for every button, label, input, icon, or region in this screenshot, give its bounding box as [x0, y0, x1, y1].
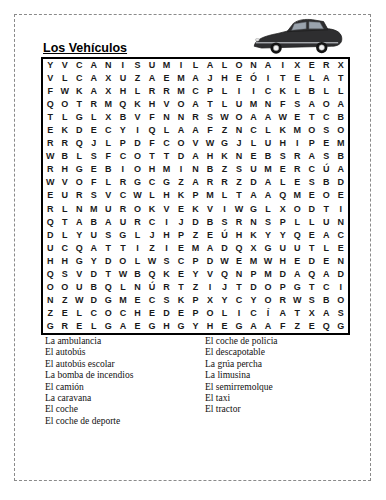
grid-cell[interactable]: Q [43, 98, 58, 111]
grid-cell[interactable]: T [72, 98, 87, 111]
grid-cell[interactable]: E [275, 163, 290, 176]
grid-cell[interactable]: Q [72, 137, 87, 150]
grid-cell[interactable]: R [159, 281, 174, 294]
grid-cell[interactable]: L [72, 307, 87, 320]
grid-cell[interactable]: M [101, 98, 116, 111]
grid-cell[interactable]: L [319, 242, 334, 255]
grid-cell[interactable]: Y [275, 229, 290, 242]
grid-cell[interactable]: B [304, 85, 319, 98]
grid-cell[interactable]: V [101, 189, 116, 202]
grid-cell[interactable]: O [58, 281, 73, 294]
grid-cell[interactable]: A [275, 307, 290, 320]
grid-cell[interactable]: O [130, 150, 145, 163]
grid-cell[interactable]: L [319, 85, 334, 98]
grid-cell[interactable]: D [246, 281, 261, 294]
grid-cell[interactable]: A [72, 216, 87, 229]
grid-cell[interactable]: S [159, 294, 174, 307]
grid-cell[interactable]: B [319, 176, 334, 189]
grid-cell[interactable]: S [130, 59, 145, 72]
grid-cell[interactable]: A [261, 176, 276, 189]
grid-cell[interactable]: L [145, 189, 160, 202]
grid-cell[interactable]: Z [43, 307, 58, 320]
grid-cell[interactable]: I [159, 216, 174, 229]
grid-cell[interactable]: R [72, 189, 87, 202]
grid-cell[interactable]: U [101, 203, 116, 216]
grid-cell[interactable]: B [130, 268, 145, 281]
grid-cell[interactable]: G [261, 242, 276, 255]
grid-cell[interactable]: G [217, 137, 232, 150]
grid-cell[interactable]: O [130, 203, 145, 216]
grid-cell[interactable]: E [145, 307, 160, 320]
grid-cell[interactable]: I [290, 137, 305, 150]
grid-cell[interactable]: P [275, 281, 290, 294]
grid-cell[interactable]: Q [116, 98, 131, 111]
grid-cell[interactable]: A [203, 242, 218, 255]
grid-cell[interactable]: L [58, 111, 73, 124]
grid-cell[interactable]: R [58, 320, 73, 333]
grid-cell[interactable]: N [174, 111, 189, 124]
grid-cell[interactable]: A [261, 189, 276, 202]
grid-cell[interactable]: T [304, 242, 319, 255]
grid-cell[interactable]: T [159, 150, 174, 163]
grid-cell[interactable]: I [159, 242, 174, 255]
grid-cell[interactable]: H [43, 255, 58, 268]
grid-cell[interactable]: L [159, 124, 174, 137]
grid-cell[interactable]: U [72, 281, 87, 294]
grid-cell[interactable]: G [290, 281, 305, 294]
grid-cell[interactable]: L [130, 229, 145, 242]
grid-cell[interactable]: D [43, 229, 58, 242]
grid-cell[interactable]: H [203, 150, 218, 163]
grid-cell[interactable]: K [275, 85, 290, 98]
grid-cell[interactable]: W [130, 189, 145, 202]
grid-cell[interactable]: K [246, 229, 261, 242]
grid-cell[interactable]: C [246, 307, 261, 320]
grid-cell[interactable]: V [203, 203, 218, 216]
grid-cell[interactable]: B [333, 111, 348, 124]
grid-cell[interactable]: H [159, 189, 174, 202]
grid-cell[interactable]: G [72, 163, 87, 176]
grid-cell[interactable]: U [275, 242, 290, 255]
grid-cell[interactable]: T [145, 150, 160, 163]
grid-cell[interactable]: L [290, 216, 305, 229]
grid-cell[interactable]: P [188, 307, 203, 320]
grid-cell[interactable]: L [261, 124, 276, 137]
grid-cell[interactable]: B [203, 216, 218, 229]
grid-cell[interactable]: C [72, 59, 87, 72]
grid-cell[interactable]: O [261, 294, 276, 307]
grid-cell[interactable]: Z [174, 176, 189, 189]
grid-cell[interactable]: R [275, 294, 290, 307]
grid-cell[interactable]: J [232, 137, 247, 150]
grid-cell[interactable]: I [116, 163, 131, 176]
grid-cell[interactable]: G [174, 320, 189, 333]
grid-cell[interactable]: V [188, 137, 203, 150]
grid-cell[interactable]: B [333, 150, 348, 163]
grid-cell[interactable]: E [304, 189, 319, 202]
grid-cell[interactable]: X [304, 307, 319, 320]
grid-cell[interactable]: T [101, 268, 116, 281]
grid-cell[interactable]: P [246, 268, 261, 281]
grid-cell[interactable]: E [290, 72, 305, 85]
grid-cell[interactable]: W [43, 150, 58, 163]
grid-cell[interactable]: Y [116, 124, 131, 137]
grid-cell[interactable]: Z [130, 72, 145, 85]
grid-cell[interactable]: G [72, 111, 87, 124]
grid-cell[interactable]: S [319, 150, 334, 163]
grid-cell[interactable]: L [116, 281, 131, 294]
grid-cell[interactable]: K [174, 189, 189, 202]
grid-cell[interactable]: Q [145, 268, 160, 281]
grid-cell[interactable]: B [87, 216, 102, 229]
grid-cell[interactable]: W [72, 294, 87, 307]
grid-cell[interactable]: C [232, 294, 247, 307]
grid-cell[interactable]: D [203, 255, 218, 268]
grid-cell[interactable]: E [174, 307, 189, 320]
grid-cell[interactable]: W [145, 255, 160, 268]
grid-cell[interactable]: S [217, 216, 232, 229]
grid-cell[interactable]: G [130, 176, 145, 189]
grid-cell[interactable]: I [232, 85, 247, 98]
grid-cell[interactable]: W [217, 111, 232, 124]
grid-cell[interactable]: L [72, 150, 87, 163]
grid-cell[interactable]: G [101, 294, 116, 307]
grid-cell[interactable]: R [145, 85, 160, 98]
grid-cell[interactable]: H [232, 229, 247, 242]
grid-cell[interactable]: K [174, 294, 189, 307]
grid-cell[interactable]: B [319, 294, 334, 307]
grid-cell[interactable]: Z [217, 124, 232, 137]
grid-cell[interactable]: T [304, 281, 319, 294]
grid-cell[interactable]: X [101, 111, 116, 124]
grid-cell[interactable]: H [58, 255, 73, 268]
grid-cell[interactable]: T [232, 281, 247, 294]
grid-cell[interactable]: O [304, 124, 319, 137]
grid-cell[interactable]: L [217, 98, 232, 111]
grid-cell[interactable]: I [174, 59, 189, 72]
grid-cell[interactable]: T [290, 307, 305, 320]
grid-cell[interactable]: Z [232, 176, 247, 189]
grid-cell[interactable]: I [246, 85, 261, 98]
grid-cell[interactable]: Y [188, 268, 203, 281]
grid-cell[interactable]: C [116, 150, 131, 163]
grid-cell[interactable]: A [188, 72, 203, 85]
grid-cell[interactable]: E [174, 242, 189, 255]
grid-cell[interactable]: W [58, 85, 73, 98]
grid-cell[interactable]: F [203, 124, 218, 137]
grid-cell[interactable]: L [333, 85, 348, 98]
grid-cell[interactable]: O [203, 307, 218, 320]
grid-cell[interactable]: Ú [145, 281, 160, 294]
grid-cell[interactable]: R [116, 176, 131, 189]
grid-cell[interactable]: D [101, 255, 116, 268]
grid-cell[interactable]: J [203, 72, 218, 85]
grid-cell[interactable]: X [333, 59, 348, 72]
grid-cell[interactable]: S [101, 229, 116, 242]
grid-cell[interactable]: K [159, 268, 174, 281]
grid-cell[interactable]: M [290, 124, 305, 137]
grid-cell[interactable]: D [333, 176, 348, 189]
grid-cell[interactable]: L [217, 307, 232, 320]
grid-cell[interactable]: I [232, 307, 247, 320]
grid-cell[interactable]: B [261, 150, 276, 163]
grid-cell[interactable]: R [43, 137, 58, 150]
grid-cell[interactable]: K [217, 150, 232, 163]
grid-cell[interactable]: L [261, 203, 276, 216]
grid-cell[interactable]: V [58, 59, 73, 72]
grid-cell[interactable]: E [319, 255, 334, 268]
grid-cell[interactable]: N [101, 59, 116, 72]
grid-cell[interactable]: P [188, 255, 203, 268]
grid-cell[interactable]: R [217, 176, 232, 189]
grid-cell[interactable]: M [159, 59, 174, 72]
grid-cell[interactable]: P [275, 216, 290, 229]
grid-cell[interactable]: L [304, 72, 319, 85]
grid-cell[interactable]: C [101, 124, 116, 137]
grid-cell[interactable]: Ó [246, 72, 261, 85]
grid-cell[interactable]: Y [246, 294, 261, 307]
grid-cell[interactable]: L [246, 137, 261, 150]
grid-cell[interactable]: T [116, 242, 131, 255]
grid-cell[interactable]: F [87, 176, 102, 189]
grid-cell[interactable]: K [145, 203, 160, 216]
grid-cell[interactable]: J [217, 281, 232, 294]
grid-cell[interactable]: X [101, 72, 116, 85]
grid-cell[interactable]: U [145, 59, 160, 72]
grid-cell[interactable]: S [159, 255, 174, 268]
grid-cell[interactable]: R [159, 85, 174, 98]
grid-cell[interactable]: D [174, 150, 189, 163]
grid-cell[interactable]: W [232, 203, 247, 216]
grid-cell[interactable]: A [319, 268, 334, 281]
grid-cell[interactable]: Í [261, 307, 276, 320]
grid-cell[interactable]: R [203, 176, 218, 189]
grid-cell[interactable]: C [304, 163, 319, 176]
grid-cell[interactable]: R [43, 203, 58, 216]
grid-cell[interactable]: P [188, 294, 203, 307]
grid-cell[interactable]: Z [145, 242, 160, 255]
grid-cell[interactable]: R [87, 98, 102, 111]
grid-cell[interactable]: X [275, 203, 290, 216]
grid-cell[interactable]: C [319, 111, 334, 124]
grid-cell[interactable]: E [130, 320, 145, 333]
grid-cell[interactable]: D [304, 203, 319, 216]
grid-cell[interactable]: R [290, 163, 305, 176]
grid-cell[interactable]: T [275, 72, 290, 85]
grid-cell[interactable]: I [261, 72, 276, 85]
grid-cell[interactable]: N [232, 268, 247, 281]
grid-cell[interactable]: W [43, 176, 58, 189]
grid-cell[interactable]: G [145, 320, 160, 333]
grid-cell[interactable]: E [304, 320, 319, 333]
grid-cell[interactable]: X [290, 59, 305, 72]
grid-cell[interactable]: Q [43, 268, 58, 281]
grid-cell[interactable]: Q [72, 242, 87, 255]
grid-cell[interactable]: H [203, 320, 218, 333]
grid-cell[interactable]: N [333, 216, 348, 229]
grid-cell[interactable]: O [319, 189, 334, 202]
grid-cell[interactable]: L [58, 229, 73, 242]
grid-cell[interactable]: Q [304, 268, 319, 281]
grid-cell[interactable]: T [304, 111, 319, 124]
grid-cell[interactable]: L [101, 137, 116, 150]
grid-cell[interactable]: A [319, 229, 334, 242]
grid-cell[interactable]: A [261, 320, 276, 333]
grid-cell[interactable]: J [145, 229, 160, 242]
grid-cell[interactable]: Q [290, 229, 305, 242]
grid-cell[interactable]: N [333, 255, 348, 268]
grid-cell[interactable]: A [188, 124, 203, 137]
grid-cell[interactable]: H [130, 307, 145, 320]
grid-cell[interactable]: S [232, 163, 247, 176]
grid-cell[interactable]: H [275, 255, 290, 268]
grid-cell[interactable]: G [116, 229, 131, 242]
grid-cell[interactable]: A [87, 242, 102, 255]
grid-cell[interactable]: A [101, 216, 116, 229]
grid-cell[interactable]: C [58, 242, 73, 255]
grid-cell[interactable]: M [116, 294, 131, 307]
grid-cell[interactable]: E [203, 229, 218, 242]
grid-cell[interactable]: N [246, 59, 261, 72]
grid-cell[interactable]: E [72, 320, 87, 333]
grid-cell[interactable]: A [188, 98, 203, 111]
grid-cell[interactable]: N [43, 294, 58, 307]
grid-cell[interactable]: C [116, 307, 131, 320]
grid-cell[interactable]: L [290, 85, 305, 98]
grid-cell[interactable]: E [333, 189, 348, 202]
grid-cell[interactable]: U [246, 163, 261, 176]
grid-cell[interactable]: Ú [217, 229, 232, 242]
grid-cell[interactable]: I [333, 203, 348, 216]
grid-cell[interactable]: M [174, 72, 189, 85]
grid-cell[interactable]: U [87, 229, 102, 242]
grid-cell[interactable]: R [130, 216, 145, 229]
grid-cell[interactable]: P [304, 137, 319, 150]
grid-cell[interactable]: O [174, 137, 189, 150]
grid-cell[interactable]: A [87, 59, 102, 72]
grid-cell[interactable]: E [304, 229, 319, 242]
grid-cell[interactable]: G [333, 320, 348, 333]
grid-cell[interactable]: Z [188, 229, 203, 242]
grid-cell[interactable]: X [246, 242, 261, 255]
grid-cell[interactable]: N [130, 281, 145, 294]
grid-cell[interactable]: Q [319, 320, 334, 333]
grid-cell[interactable]: H [58, 163, 73, 176]
grid-cell[interactable]: Y [188, 320, 203, 333]
grid-cell[interactable]: O [290, 203, 305, 216]
grid-cell[interactable]: A [304, 150, 319, 163]
grid-cell[interactable]: V [203, 268, 218, 281]
grid-cell[interactable]: Z [188, 281, 203, 294]
grid-cell[interactable]: F [275, 320, 290, 333]
grid-cell[interactable]: D [159, 307, 174, 320]
grid-cell[interactable]: O [43, 281, 58, 294]
grid-cell[interactable]: Q [232, 242, 247, 255]
grid-cell[interactable]: S [261, 216, 276, 229]
grid-cell[interactable]: I [174, 163, 189, 176]
grid-cell[interactable]: S [203, 111, 218, 124]
grid-cell[interactable]: Q [101, 281, 116, 294]
grid-cell[interactable]: A [333, 163, 348, 176]
grid-cell[interactable]: L [87, 111, 102, 124]
grid-cell[interactable]: I [217, 203, 232, 216]
grid-cell[interactable]: Z [290, 320, 305, 333]
grid-cell[interactable]: Q [217, 268, 232, 281]
grid-cell[interactable]: U [261, 137, 276, 150]
grid-cell[interactable]: E [130, 294, 145, 307]
grid-cell[interactable]: C [333, 229, 348, 242]
grid-cell[interactable]: L [130, 85, 145, 98]
grid-cell[interactable]: A [319, 307, 334, 320]
grid-cell[interactable]: E [174, 268, 189, 281]
grid-cell[interactable]: N [232, 124, 247, 137]
grid-cell[interactable]: F [101, 150, 116, 163]
grid-cell[interactable]: A [246, 320, 261, 333]
grid-cell[interactable]: P [188, 189, 203, 202]
grid-cell[interactable]: S [304, 294, 319, 307]
grid-cell[interactable]: I [203, 281, 218, 294]
grid-cell[interactable]: O [130, 163, 145, 176]
grid-cell[interactable]: A [304, 98, 319, 111]
grid-cell[interactable]: M [188, 242, 203, 255]
grid-cell[interactable]: R [232, 216, 247, 229]
grid-cell[interactable]: N [246, 216, 261, 229]
grid-cell[interactable]: M [246, 98, 261, 111]
grid-cell[interactable]: P [116, 137, 131, 150]
grid-cell[interactable]: H [275, 137, 290, 150]
grid-cell[interactable]: C [319, 281, 334, 294]
grid-cell[interactable]: K [58, 124, 73, 137]
grid-cell[interactable]: Y [261, 229, 276, 242]
grid-cell[interactable]: E [290, 255, 305, 268]
grid-cell[interactable]: H [145, 163, 160, 176]
grid-cell[interactable]: L [58, 203, 73, 216]
grid-cell[interactable]: T [43, 111, 58, 124]
grid-cell[interactable]: D [72, 124, 87, 137]
grid-cell[interactable]: X [101, 85, 116, 98]
grid-cell[interactable]: P [174, 229, 189, 242]
grid-cell[interactable]: A [87, 85, 102, 98]
grid-cell[interactable]: E [232, 255, 247, 268]
grid-cell[interactable]: M [203, 189, 218, 202]
grid-cell[interactable]: F [145, 137, 160, 150]
grid-cell[interactable]: C [145, 294, 160, 307]
grid-cell[interactable]: C [159, 137, 174, 150]
grid-cell[interactable]: E [43, 189, 58, 202]
grid-cell[interactable]: T [58, 216, 73, 229]
grid-cell[interactable]: S [304, 176, 319, 189]
grid-cell[interactable]: O [333, 294, 348, 307]
grid-cell[interactable]: A [246, 189, 261, 202]
grid-cell[interactable]: O [232, 111, 247, 124]
grid-cell[interactable]: A [188, 150, 203, 163]
grid-cell[interactable]: R [319, 59, 334, 72]
grid-cell[interactable]: U [290, 242, 305, 255]
grid-cell[interactable]: S [87, 150, 102, 163]
grid-cell[interactable]: L [217, 59, 232, 72]
grid-cell[interactable]: E [333, 242, 348, 255]
grid-cell[interactable]: S [319, 124, 334, 137]
grid-cell[interactable]: U [43, 242, 58, 255]
grid-cell[interactable]: Y [217, 294, 232, 307]
grid-cell[interactable]: T [203, 98, 218, 111]
grid-cell[interactable]: N [159, 111, 174, 124]
grid-cell[interactable]: D [130, 137, 145, 150]
grid-cell[interactable]: D [333, 268, 348, 281]
grid-cell[interactable]: A [290, 268, 305, 281]
grid-cell[interactable]: R [116, 203, 131, 216]
grid-cell[interactable]: B [203, 163, 218, 176]
